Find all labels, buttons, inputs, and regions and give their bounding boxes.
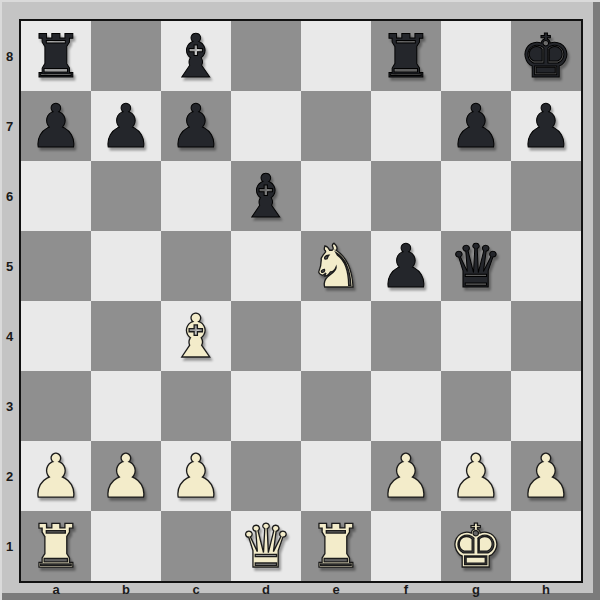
square-a1[interactable]: ♜ bbox=[21, 511, 91, 581]
square-d1[interactable]: ♛ bbox=[231, 511, 301, 581]
square-d4[interactable] bbox=[231, 301, 301, 371]
piece-white-knight[interactable]: ♞ bbox=[309, 231, 363, 301]
square-c1[interactable] bbox=[161, 511, 231, 581]
square-a4[interactable] bbox=[21, 301, 91, 371]
file-label-f: f bbox=[371, 581, 441, 598]
piece-white-rook[interactable]: ♜ bbox=[29, 511, 83, 581]
square-e5[interactable]: ♞ bbox=[301, 231, 371, 301]
square-e3[interactable] bbox=[301, 371, 371, 441]
piece-white-rook[interactable]: ♜ bbox=[309, 511, 363, 581]
square-c8[interactable]: ♝ bbox=[161, 21, 231, 91]
file-label-g: g bbox=[441, 581, 511, 598]
square-d3[interactable] bbox=[231, 371, 301, 441]
file-label-d: d bbox=[231, 581, 301, 598]
square-e6[interactable] bbox=[301, 161, 371, 231]
piece-black-pawn[interactable]: ♟ bbox=[99, 91, 153, 161]
file-label-a: a bbox=[21, 581, 91, 598]
square-d7[interactable] bbox=[231, 91, 301, 161]
square-h4[interactable] bbox=[511, 301, 581, 371]
chess-board: ♜♝♜♚♟♟♟♟♟♝♞♟♛♝♟♟♟♟♟♟♜♛♜♚ bbox=[19, 19, 583, 583]
square-d2[interactable] bbox=[231, 441, 301, 511]
rank-label-1: 1 bbox=[0, 511, 19, 581]
square-g7[interactable]: ♟ bbox=[441, 91, 511, 161]
piece-black-pawn[interactable]: ♟ bbox=[519, 91, 573, 161]
file-label-c: c bbox=[161, 581, 231, 598]
square-g5[interactable]: ♛ bbox=[441, 231, 511, 301]
piece-white-pawn[interactable]: ♟ bbox=[99, 441, 153, 511]
square-h6[interactable] bbox=[511, 161, 581, 231]
piece-black-rook[interactable]: ♜ bbox=[379, 21, 433, 91]
square-g2[interactable]: ♟ bbox=[441, 441, 511, 511]
square-h2[interactable]: ♟ bbox=[511, 441, 581, 511]
chessboard-frame: 87654321 abcdefgh ♜♝♜♚♟♟♟♟♟♝♞♟♛♝♟♟♟♟♟♟♜♛… bbox=[0, 0, 600, 600]
square-e2[interactable] bbox=[301, 441, 371, 511]
square-f1[interactable] bbox=[371, 511, 441, 581]
square-a6[interactable] bbox=[21, 161, 91, 231]
rank-label-6: 6 bbox=[0, 161, 19, 231]
square-c2[interactable]: ♟ bbox=[161, 441, 231, 511]
piece-white-pawn[interactable]: ♟ bbox=[519, 441, 573, 511]
square-e4[interactable] bbox=[301, 301, 371, 371]
square-a3[interactable] bbox=[21, 371, 91, 441]
square-b1[interactable] bbox=[91, 511, 161, 581]
square-e7[interactable] bbox=[301, 91, 371, 161]
square-b7[interactable]: ♟ bbox=[91, 91, 161, 161]
piece-black-pawn[interactable]: ♟ bbox=[449, 91, 503, 161]
file-label-e: e bbox=[301, 581, 371, 598]
piece-black-pawn[interactable]: ♟ bbox=[29, 91, 83, 161]
piece-black-bishop[interactable]: ♝ bbox=[239, 161, 293, 231]
file-labels: abcdefgh bbox=[21, 581, 581, 598]
file-label-h: h bbox=[511, 581, 581, 598]
piece-black-king[interactable]: ♚ bbox=[519, 21, 573, 91]
piece-white-pawn[interactable]: ♟ bbox=[449, 441, 503, 511]
piece-white-pawn[interactable]: ♟ bbox=[379, 441, 433, 511]
square-g1[interactable]: ♚ bbox=[441, 511, 511, 581]
file-label-b: b bbox=[91, 581, 161, 598]
piece-white-queen[interactable]: ♛ bbox=[239, 511, 293, 581]
rank-label-8: 8 bbox=[0, 21, 19, 91]
rank-label-2: 2 bbox=[0, 441, 19, 511]
square-a2[interactable]: ♟ bbox=[21, 441, 91, 511]
square-b3[interactable] bbox=[91, 371, 161, 441]
square-h1[interactable] bbox=[511, 511, 581, 581]
square-h8[interactable]: ♚ bbox=[511, 21, 581, 91]
square-f7[interactable] bbox=[371, 91, 441, 161]
square-c3[interactable] bbox=[161, 371, 231, 441]
square-f2[interactable]: ♟ bbox=[371, 441, 441, 511]
rank-labels: 87654321 bbox=[0, 21, 19, 581]
square-h7[interactable]: ♟ bbox=[511, 91, 581, 161]
square-b6[interactable] bbox=[91, 161, 161, 231]
square-f8[interactable]: ♜ bbox=[371, 21, 441, 91]
square-b2[interactable]: ♟ bbox=[91, 441, 161, 511]
rank-label-5: 5 bbox=[0, 231, 19, 301]
square-d8[interactable] bbox=[231, 21, 301, 91]
square-b5[interactable] bbox=[91, 231, 161, 301]
rank-label-7: 7 bbox=[0, 91, 19, 161]
square-c5[interactable] bbox=[161, 231, 231, 301]
piece-black-rook[interactable]: ♜ bbox=[29, 21, 83, 91]
square-g3[interactable] bbox=[441, 371, 511, 441]
rank-label-3: 3 bbox=[0, 371, 19, 441]
square-a8[interactable]: ♜ bbox=[21, 21, 91, 91]
square-h3[interactable] bbox=[511, 371, 581, 441]
square-h5[interactable] bbox=[511, 231, 581, 301]
square-c7[interactable]: ♟ bbox=[161, 91, 231, 161]
square-g6[interactable] bbox=[441, 161, 511, 231]
piece-white-pawn[interactable]: ♟ bbox=[169, 441, 223, 511]
square-e1[interactable]: ♜ bbox=[301, 511, 371, 581]
piece-white-king[interactable]: ♚ bbox=[449, 511, 503, 581]
square-g8[interactable] bbox=[441, 21, 511, 91]
square-d5[interactable] bbox=[231, 231, 301, 301]
square-f5[interactable]: ♟ bbox=[371, 231, 441, 301]
rank-label-4: 4 bbox=[0, 301, 19, 371]
square-f3[interactable] bbox=[371, 371, 441, 441]
piece-black-bishop[interactable]: ♝ bbox=[169, 21, 223, 91]
piece-white-pawn[interactable]: ♟ bbox=[29, 441, 83, 511]
piece-black-pawn[interactable]: ♟ bbox=[169, 91, 223, 161]
square-b8[interactable] bbox=[91, 21, 161, 91]
square-f4[interactable] bbox=[371, 301, 441, 371]
square-c6[interactable] bbox=[161, 161, 231, 231]
square-a7[interactable]: ♟ bbox=[21, 91, 91, 161]
square-e8[interactable] bbox=[301, 21, 371, 91]
square-a5[interactable] bbox=[21, 231, 91, 301]
piece-black-queen[interactable]: ♛ bbox=[449, 231, 503, 301]
square-g4[interactable] bbox=[441, 301, 511, 371]
square-f6[interactable] bbox=[371, 161, 441, 231]
square-b4[interactable] bbox=[91, 301, 161, 371]
square-c4[interactable]: ♝ bbox=[161, 301, 231, 371]
piece-black-pawn[interactable]: ♟ bbox=[379, 231, 433, 301]
piece-white-bishop[interactable]: ♝ bbox=[169, 301, 223, 371]
square-d6[interactable]: ♝ bbox=[231, 161, 301, 231]
